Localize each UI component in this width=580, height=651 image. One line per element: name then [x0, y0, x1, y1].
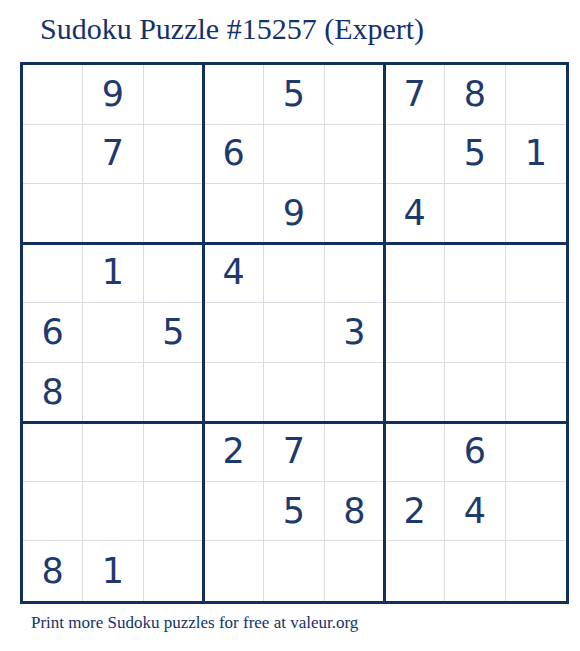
page-title: Sudoku Puzzle #15257 (Expert) — [40, 12, 424, 46]
cell-r2c6[interactable] — [325, 125, 385, 185]
cell-r5c2[interactable] — [83, 303, 143, 363]
cell-r4c3[interactable] — [144, 244, 204, 304]
cell-r5c8[interactable] — [445, 303, 505, 363]
cell-r5c9[interactable] — [506, 303, 566, 363]
cell-r7c7[interactable] — [385, 422, 445, 482]
cell-r2c8[interactable]: 5 — [445, 125, 505, 185]
cell-r6c2[interactable] — [83, 363, 143, 423]
cell-r5c3[interactable]: 5 — [144, 303, 204, 363]
cell-r7c6[interactable] — [325, 422, 385, 482]
cell-r3c1[interactable] — [23, 184, 83, 244]
cell-r1c1[interactable] — [23, 65, 83, 125]
cell-r2c4[interactable]: 6 — [204, 125, 264, 185]
box-separator-horizontal-1 — [23, 242, 566, 245]
box-separator-vertical-2 — [383, 65, 386, 601]
cell-r4c8[interactable] — [445, 244, 505, 304]
footer-text: Print more Sudoku puzzles for free at va… — [31, 613, 358, 633]
cell-r8c1[interactable] — [23, 482, 83, 542]
cell-r1c9[interactable] — [506, 65, 566, 125]
cell-r9c9[interactable] — [506, 541, 566, 601]
cell-r4c9[interactable] — [506, 244, 566, 304]
cell-r2c3[interactable] — [144, 125, 204, 185]
cell-r6c7[interactable] — [385, 363, 445, 423]
cell-r9c8[interactable] — [445, 541, 505, 601]
cell-r9c4[interactable] — [204, 541, 264, 601]
cell-r5c1[interactable]: 6 — [23, 303, 83, 363]
cell-r4c4[interactable]: 4 — [204, 244, 264, 304]
cell-r1c2[interactable]: 9 — [83, 65, 143, 125]
cell-r7c3[interactable] — [144, 422, 204, 482]
cell-r6c3[interactable] — [144, 363, 204, 423]
cell-r6c8[interactable] — [445, 363, 505, 423]
cell-r6c9[interactable] — [506, 363, 566, 423]
cell-r8c6[interactable]: 8 — [325, 482, 385, 542]
cell-r4c7[interactable] — [385, 244, 445, 304]
cell-r8c8[interactable]: 4 — [445, 482, 505, 542]
cell-r7c2[interactable] — [83, 422, 143, 482]
cell-r9c1[interactable]: 8 — [23, 541, 83, 601]
cell-r3c7[interactable]: 4 — [385, 184, 445, 244]
cell-r1c4[interactable] — [204, 65, 264, 125]
cell-r2c7[interactable] — [385, 125, 445, 185]
cell-r9c3[interactable] — [144, 541, 204, 601]
cell-r6c4[interactable] — [204, 363, 264, 423]
cell-r8c5[interactable]: 5 — [264, 482, 324, 542]
cell-r8c9[interactable] — [506, 482, 566, 542]
cell-r3c6[interactable] — [325, 184, 385, 244]
cell-r3c9[interactable] — [506, 184, 566, 244]
cell-r7c5[interactable]: 7 — [264, 422, 324, 482]
cell-r2c9[interactable]: 1 — [506, 125, 566, 185]
cell-r5c6[interactable]: 3 — [325, 303, 385, 363]
cell-r7c8[interactable]: 6 — [445, 422, 505, 482]
cell-r6c1[interactable]: 8 — [23, 363, 83, 423]
cell-r3c8[interactable] — [445, 184, 505, 244]
cell-r2c1[interactable] — [23, 125, 83, 185]
cell-r1c5[interactable]: 5 — [264, 65, 324, 125]
box-separator-vertical-1 — [202, 65, 205, 601]
sudoku-board: 9578765194146538276582481 — [20, 62, 569, 604]
cell-r6c6[interactable] — [325, 363, 385, 423]
cell-r5c5[interactable] — [264, 303, 324, 363]
cell-r2c2[interactable]: 7 — [83, 125, 143, 185]
cell-r1c3[interactable] — [144, 65, 204, 125]
cell-r1c8[interactable]: 8 — [445, 65, 505, 125]
cell-r5c4[interactable] — [204, 303, 264, 363]
cell-r3c2[interactable] — [83, 184, 143, 244]
cell-r3c4[interactable] — [204, 184, 264, 244]
cell-r6c5[interactable] — [264, 363, 324, 423]
cell-r3c5[interactable]: 9 — [264, 184, 324, 244]
cell-r7c4[interactable]: 2 — [204, 422, 264, 482]
cell-r8c4[interactable] — [204, 482, 264, 542]
cell-r8c2[interactable] — [83, 482, 143, 542]
cell-r8c7[interactable]: 2 — [385, 482, 445, 542]
cell-r1c6[interactable] — [325, 65, 385, 125]
cell-r8c3[interactable] — [144, 482, 204, 542]
cell-r7c9[interactable] — [506, 422, 566, 482]
box-separator-horizontal-2 — [23, 421, 566, 424]
cell-r4c6[interactable] — [325, 244, 385, 304]
cell-r5c7[interactable] — [385, 303, 445, 363]
cell-r4c5[interactable] — [264, 244, 324, 304]
cell-r4c2[interactable]: 1 — [83, 244, 143, 304]
cell-r7c1[interactable] — [23, 422, 83, 482]
cell-r9c5[interactable] — [264, 541, 324, 601]
sudoku-cells: 9578765194146538276582481 — [23, 65, 566, 601]
cell-r3c3[interactable] — [144, 184, 204, 244]
cell-r2c5[interactable] — [264, 125, 324, 185]
cell-r9c2[interactable]: 1 — [83, 541, 143, 601]
cell-r9c6[interactable] — [325, 541, 385, 601]
cell-r4c1[interactable] — [23, 244, 83, 304]
cell-r9c7[interactable] — [385, 541, 445, 601]
cell-r1c7[interactable]: 7 — [385, 65, 445, 125]
